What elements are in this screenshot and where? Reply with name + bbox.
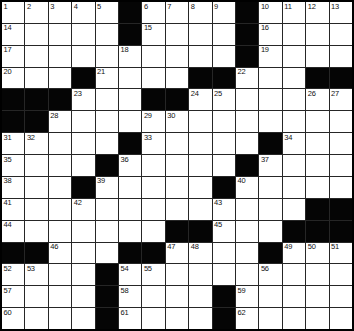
clue-number-59: 59: [237, 287, 245, 295]
cell-r5c10[interactable]: 25: [213, 89, 235, 110]
cell-r15c6[interactable]: 61: [119, 308, 141, 329]
cell-r4c11[interactable]: 22: [236, 68, 258, 89]
black-cell-r9c4: [72, 177, 94, 198]
black-cell-r13c5: [96, 264, 118, 285]
cell-r12c13[interactable]: 49: [283, 243, 305, 264]
black-cell-r10c14: [306, 199, 328, 220]
cell-r8c7[interactable]: [142, 155, 164, 176]
cell-r6c8[interactable]: 30: [166, 111, 188, 132]
cell-r10c5[interactable]: [96, 199, 118, 220]
cell-r15c15[interactable]: [330, 308, 352, 329]
black-cell-r12c6: [119, 243, 141, 264]
cell-r11c4[interactable]: [72, 221, 94, 242]
clue-number-42: 42: [74, 199, 82, 207]
black-cell-r15c10: [213, 308, 235, 329]
cell-r1c1[interactable]: 1: [2, 2, 24, 23]
cell-r13c10[interactable]: [213, 264, 235, 285]
cell-r4c7[interactable]: [142, 68, 164, 89]
cell-r10c13[interactable]: [283, 199, 305, 220]
clue-number-58: 58: [120, 287, 128, 295]
clue-number-53: 53: [27, 265, 35, 273]
cell-r3c6[interactable]: 18: [119, 46, 141, 67]
cell-r8c1[interactable]: 35: [2, 155, 24, 176]
cell-r7c2[interactable]: 32: [25, 133, 47, 154]
clue-number-14: 14: [4, 24, 12, 32]
clue-number-39: 39: [97, 177, 105, 185]
clue-number-60: 60: [4, 309, 12, 317]
cell-r2c14[interactable]: [306, 24, 328, 45]
black-cell-r12c1: [2, 243, 24, 264]
cell-r14c3[interactable]: [49, 286, 71, 307]
clue-number-17: 17: [4, 46, 12, 54]
cell-r7c3[interactable]: [49, 133, 71, 154]
cell-r9c6[interactable]: [119, 177, 141, 198]
cell-r5c12[interactable]: [259, 89, 281, 110]
cell-r8c4[interactable]: [72, 155, 94, 176]
black-cell-r11c9: [189, 221, 211, 242]
cell-r11c2[interactable]: [25, 221, 47, 242]
black-cell-r8c11: [236, 155, 258, 176]
clue-number-44: 44: [4, 221, 12, 229]
cell-r15c12[interactable]: [259, 308, 281, 329]
cell-r3c5[interactable]: [96, 46, 118, 67]
cell-r15c2[interactable]: [25, 308, 47, 329]
cell-r15c14[interactable]: [306, 308, 328, 329]
clue-number-15: 15: [144, 24, 152, 32]
cell-r3c10[interactable]: [213, 46, 235, 67]
clue-number-48: 48: [191, 243, 199, 251]
crossword-puzzle: 1234567891011121314151617181920212223242…: [0, 0, 354, 331]
cell-r7c14[interactable]: [306, 133, 328, 154]
cell-r10c11[interactable]: [236, 199, 258, 220]
cell-r14c4[interactable]: [72, 286, 94, 307]
cell-r6c4[interactable]: [72, 111, 94, 132]
clue-number-32: 32: [27, 134, 35, 142]
clue-number-55: 55: [144, 265, 152, 273]
cell-r11c7[interactable]: [142, 221, 164, 242]
cell-r5c9[interactable]: 24: [189, 89, 211, 110]
cell-r5c6[interactable]: [119, 89, 141, 110]
black-cell-r5c8: [166, 89, 188, 110]
cell-r7c7[interactable]: 33: [142, 133, 164, 154]
cell-r2c12[interactable]: 16: [259, 24, 281, 45]
cell-r6c9[interactable]: [189, 111, 211, 132]
clue-number-19: 19: [261, 46, 269, 54]
clue-number-16: 16: [261, 24, 269, 32]
clue-number-25: 25: [214, 90, 222, 98]
black-cell-r3c11: [236, 46, 258, 67]
cell-r5c5[interactable]: [96, 89, 118, 110]
cell-r3c9[interactable]: [189, 46, 211, 67]
black-cell-r5c7: [142, 89, 164, 110]
cell-r3c2[interactable]: [25, 46, 47, 67]
cell-r14c13[interactable]: [283, 286, 305, 307]
black-cell-r15c5: [96, 308, 118, 329]
clue-number-36: 36: [120, 156, 128, 164]
cell-r9c5[interactable]: 39: [96, 177, 118, 198]
cell-r9c8[interactable]: [166, 177, 188, 198]
cell-r1c3[interactable]: 3: [49, 2, 71, 23]
cell-r4c2[interactable]: [25, 68, 47, 89]
cell-r2c3[interactable]: [49, 24, 71, 45]
cell-r10c4[interactable]: 42: [72, 199, 94, 220]
cell-r11c10[interactable]: 45: [213, 221, 235, 242]
cell-r1c8[interactable]: 7: [166, 2, 188, 23]
clue-number-33: 33: [144, 134, 152, 142]
clue-number-40: 40: [237, 177, 245, 185]
cell-r1c2[interactable]: 2: [25, 2, 47, 23]
cell-r3c15[interactable]: [330, 46, 352, 67]
clue-number-38: 38: [4, 177, 12, 185]
clue-number-31: 31: [4, 134, 12, 142]
black-cell-r4c10: [213, 68, 235, 89]
clue-number-43: 43: [214, 199, 222, 207]
cell-r14c8[interactable]: [166, 286, 188, 307]
clue-number-20: 20: [4, 68, 12, 76]
black-cell-r11c14: [306, 221, 328, 242]
cell-r14c11[interactable]: 59: [236, 286, 258, 307]
cell-r2c7[interactable]: 15: [142, 24, 164, 45]
cell-r8c9[interactable]: [189, 155, 211, 176]
clue-number-13: 13: [331, 3, 339, 11]
cell-r9c3[interactable]: [49, 177, 71, 198]
cell-r14c15[interactable]: [330, 286, 352, 307]
clue-number-21: 21: [97, 68, 105, 76]
cell-r1c14[interactable]: 12: [306, 2, 328, 23]
cell-r3c12[interactable]: 19: [259, 46, 281, 67]
cell-r12c9[interactable]: 48: [189, 243, 211, 264]
cell-r3c14[interactable]: [306, 46, 328, 67]
cell-r12c8[interactable]: 47: [166, 243, 188, 264]
cell-r15c7[interactable]: [142, 308, 164, 329]
cell-r11c5[interactable]: [96, 221, 118, 242]
black-cell-r6c2: [25, 111, 47, 132]
cell-r15c1[interactable]: 60: [2, 308, 24, 329]
cell-r2c9[interactable]: [189, 24, 211, 45]
cell-r8c14[interactable]: [306, 155, 328, 176]
cell-r7c15[interactable]: [330, 133, 352, 154]
cell-r13c8[interactable]: [166, 264, 188, 285]
clue-number-18: 18: [120, 46, 128, 54]
black-cell-r6c1: [2, 111, 24, 132]
clue-number-2: 2: [27, 3, 31, 11]
cell-r7c8[interactable]: [166, 133, 188, 154]
clue-number-4: 4: [74, 3, 78, 11]
clue-number-24: 24: [191, 90, 199, 98]
cell-r2c15[interactable]: [330, 24, 352, 45]
black-cell-r5c2: [25, 89, 47, 110]
cell-r8c6[interactable]: 36: [119, 155, 141, 176]
cell-r1c5[interactable]: 5: [96, 2, 118, 23]
cell-r1c4[interactable]: 4: [72, 2, 94, 23]
cell-r15c9[interactable]: [189, 308, 211, 329]
cell-r15c3[interactable]: [49, 308, 71, 329]
black-cell-r12c12: [259, 243, 281, 264]
clue-number-41: 41: [4, 199, 12, 207]
cell-r13c12[interactable]: 56: [259, 264, 281, 285]
cell-r6c13[interactable]: [283, 111, 305, 132]
cell-r8c12[interactable]: 37: [259, 155, 281, 176]
cell-r13c3[interactable]: [49, 264, 71, 285]
cell-r4c1[interactable]: 20: [2, 68, 24, 89]
cell-r8c3[interactable]: [49, 155, 71, 176]
clue-number-37: 37: [261, 156, 269, 164]
cell-r11c11[interactable]: [236, 221, 258, 242]
cell-r10c3[interactable]: [49, 199, 71, 220]
clue-number-22: 22: [237, 68, 245, 76]
cell-r8c13[interactable]: [283, 155, 305, 176]
cell-r8c8[interactable]: [166, 155, 188, 176]
cell-r6c10[interactable]: [213, 111, 235, 132]
black-cell-r4c4: [72, 68, 94, 89]
clue-number-47: 47: [167, 243, 175, 251]
black-cell-r9c10: [213, 177, 235, 198]
cell-r5c4[interactable]: 23: [72, 89, 94, 110]
cell-r3c13[interactable]: [283, 46, 305, 67]
cell-r14c9[interactable]: [189, 286, 211, 307]
cell-r9c9[interactable]: [189, 177, 211, 198]
cell-r10c2[interactable]: [25, 199, 47, 220]
cell-r14c6[interactable]: 58: [119, 286, 141, 307]
black-cell-r4c9: [189, 68, 211, 89]
cell-r3c4[interactable]: [72, 46, 94, 67]
cell-r13c9[interactable]: [189, 264, 211, 285]
cell-r3c1[interactable]: 17: [2, 46, 24, 67]
clue-number-54: 54: [120, 265, 128, 273]
cell-r13c13[interactable]: [283, 264, 305, 285]
cell-r5c14[interactable]: 26: [306, 89, 328, 110]
cell-r14c7[interactable]: [142, 286, 164, 307]
cell-r2c4[interactable]: [72, 24, 94, 45]
clue-number-29: 29: [144, 112, 152, 120]
clue-number-30: 30: [167, 112, 175, 120]
clue-number-49: 49: [284, 243, 292, 251]
cell-r12c5[interactable]: [96, 243, 118, 264]
cell-r13c7[interactable]: 55: [142, 264, 164, 285]
cell-r14c1[interactable]: 57: [2, 286, 24, 307]
cell-r7c1[interactable]: 31: [2, 133, 24, 154]
cell-r7c13[interactable]: 34: [283, 133, 305, 154]
cell-r9c7[interactable]: [142, 177, 164, 198]
cell-r13c2[interactable]: 53: [25, 264, 47, 285]
black-cell-r11c8: [166, 221, 188, 242]
cell-r14c2[interactable]: [25, 286, 47, 307]
black-cell-r12c7: [142, 243, 164, 264]
black-cell-r8c5: [96, 155, 118, 176]
cell-r6c14[interactable]: [306, 111, 328, 132]
cell-r10c6[interactable]: [119, 199, 141, 220]
cell-r2c2[interactable]: [25, 24, 47, 45]
cell-r12c15[interactable]: 51: [330, 243, 352, 264]
cell-r2c13[interactable]: [283, 24, 305, 45]
cell-r5c11[interactable]: [236, 89, 258, 110]
cell-r7c10[interactable]: [213, 133, 235, 154]
cell-r9c12[interactable]: [259, 177, 281, 198]
cell-r7c11[interactable]: [236, 133, 258, 154]
black-cell-r1c11: [236, 2, 258, 23]
black-cell-r10c15: [330, 199, 352, 220]
cell-r4c12[interactable]: [259, 68, 281, 89]
cell-r9c14[interactable]: [306, 177, 328, 198]
cell-r1c7[interactable]: 6: [142, 2, 164, 23]
cell-r1c10[interactable]: 9: [213, 2, 235, 23]
cell-r3c7[interactable]: [142, 46, 164, 67]
cell-r11c1[interactable]: 44: [2, 221, 24, 242]
cell-r8c15[interactable]: [330, 155, 352, 176]
cell-r4c5[interactable]: 21: [96, 68, 118, 89]
clue-number-46: 46: [50, 243, 58, 251]
cell-r12c11[interactable]: [236, 243, 258, 264]
cell-r6c7[interactable]: 29: [142, 111, 164, 132]
cell-r9c15[interactable]: [330, 177, 352, 198]
clue-number-28: 28: [50, 112, 58, 120]
cell-r15c4[interactable]: [72, 308, 94, 329]
cell-r13c11[interactable]: [236, 264, 258, 285]
cell-r5c13[interactable]: [283, 89, 305, 110]
clue-number-45: 45: [214, 221, 222, 229]
crossword-board: 1234567891011121314151617181920212223242…: [0, 0, 354, 331]
cell-r2c1[interactable]: 14: [2, 24, 24, 45]
cell-r8c10[interactable]: [213, 155, 235, 176]
cell-r12c3[interactable]: 46: [49, 243, 71, 264]
clue-number-3: 3: [50, 3, 54, 11]
cell-r6c15[interactable]: [330, 111, 352, 132]
clue-number-52: 52: [4, 265, 12, 273]
cell-r15c13[interactable]: [283, 308, 305, 329]
cell-r4c3[interactable]: [49, 68, 71, 89]
cell-r9c11[interactable]: 40: [236, 177, 258, 198]
cell-r10c7[interactable]: [142, 199, 164, 220]
clue-number-51: 51: [331, 243, 339, 251]
cell-r1c15[interactable]: 13: [330, 2, 352, 23]
cell-r11c12[interactable]: [259, 221, 281, 242]
cell-r9c13[interactable]: [283, 177, 305, 198]
black-cell-r4c15: [330, 68, 352, 89]
cell-r6c5[interactable]: [96, 111, 118, 132]
cell-r7c4[interactable]: [72, 133, 94, 154]
cell-r12c10[interactable]: [213, 243, 235, 264]
cell-r13c4[interactable]: [72, 264, 94, 285]
cell-r1c9[interactable]: 8: [189, 2, 211, 23]
cell-r7c9[interactable]: [189, 133, 211, 154]
black-cell-r4c14: [306, 68, 328, 89]
cell-r4c8[interactable]: [166, 68, 188, 89]
cell-r6c3[interactable]: 28: [49, 111, 71, 132]
black-cell-r5c3: [49, 89, 71, 110]
clue-number-50: 50: [308, 243, 316, 251]
cell-r10c8[interactable]: [166, 199, 188, 220]
black-cell-r12c2: [25, 243, 47, 264]
black-cell-r11c13: [283, 221, 305, 242]
cell-r6c12[interactable]: [259, 111, 281, 132]
cell-r1c12[interactable]: 10: [259, 2, 281, 23]
clue-number-12: 12: [308, 3, 316, 11]
cell-r2c10[interactable]: [213, 24, 235, 45]
clue-number-9: 9: [214, 3, 218, 11]
cell-r8c2[interactable]: [25, 155, 47, 176]
cell-r6c11[interactable]: [236, 111, 258, 132]
clue-number-26: 26: [308, 90, 316, 98]
cell-r11c3[interactable]: [49, 221, 71, 242]
cell-r15c8[interactable]: [166, 308, 188, 329]
cell-r4c13[interactable]: [283, 68, 305, 89]
cell-r9c1[interactable]: 38: [2, 177, 24, 198]
cell-r9c2[interactable]: [25, 177, 47, 198]
cell-r12c14[interactable]: 50: [306, 243, 328, 264]
clue-number-6: 6: [144, 3, 148, 11]
clue-number-1: 1: [4, 3, 8, 11]
black-cell-r7c6: [119, 133, 141, 154]
cell-r6c6[interactable]: [119, 111, 141, 132]
clue-number-7: 7: [167, 3, 171, 11]
cell-r13c6[interactable]: 54: [119, 264, 141, 285]
black-cell-r7c12: [259, 133, 281, 154]
clue-number-8: 8: [191, 3, 195, 11]
clue-number-62: 62: [237, 309, 245, 317]
black-cell-r11c15: [330, 221, 352, 242]
black-cell-r2c6: [119, 24, 141, 45]
black-cell-r14c10: [213, 286, 235, 307]
cell-r2c8[interactable]: [166, 24, 188, 45]
cell-r13c1[interactable]: 52: [2, 264, 24, 285]
cell-r5c15[interactable]: 27: [330, 89, 352, 110]
cell-r11c6[interactable]: [119, 221, 141, 242]
cell-r10c1[interactable]: 41: [2, 199, 24, 220]
clue-number-35: 35: [4, 156, 12, 164]
cell-r10c12[interactable]: [259, 199, 281, 220]
cell-r14c14[interactable]: [306, 286, 328, 307]
cell-r15c11[interactable]: 62: [236, 308, 258, 329]
clue-number-23: 23: [74, 90, 82, 98]
cell-r14c12[interactable]: [259, 286, 281, 307]
cell-r3c8[interactable]: [166, 46, 188, 67]
cell-r10c9[interactable]: [189, 199, 211, 220]
cell-r3c3[interactable]: [49, 46, 71, 67]
clue-number-27: 27: [331, 90, 339, 98]
clue-number-34: 34: [284, 134, 292, 142]
clue-number-57: 57: [4, 287, 12, 295]
cell-r12c4[interactable]: [72, 243, 94, 264]
clue-number-56: 56: [261, 265, 269, 273]
cell-r13c15[interactable]: [330, 264, 352, 285]
cell-r2c5[interactable]: [96, 24, 118, 45]
clue-number-61: 61: [120, 309, 128, 317]
black-cell-r1c6: [119, 2, 141, 23]
cell-r13c14[interactable]: [306, 264, 328, 285]
cell-r1c13[interactable]: 11: [283, 2, 305, 23]
clue-number-11: 11: [284, 3, 291, 11]
cell-r7c5[interactable]: [96, 133, 118, 154]
clue-number-10: 10: [261, 3, 269, 11]
black-cell-r5c1: [2, 89, 24, 110]
black-cell-r2c11: [236, 24, 258, 45]
cell-r10c10[interactable]: 43: [213, 199, 235, 220]
clue-number-5: 5: [97, 3, 101, 11]
cell-r4c6[interactable]: [119, 68, 141, 89]
black-cell-r14c5: [96, 286, 118, 307]
